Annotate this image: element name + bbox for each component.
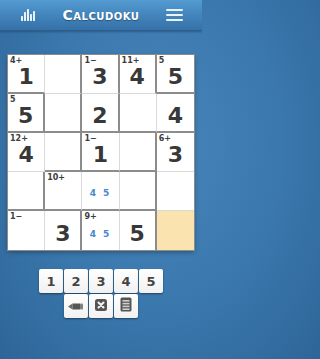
cage-label: 9+ [84, 212, 96, 221]
cell-r2c5[interactable]: 4 [157, 94, 194, 133]
cell-value: 4 [168, 103, 183, 128]
cell-r4c4[interactable] [120, 172, 157, 211]
cell-r2c3[interactable]: 2 [82, 94, 119, 133]
cell-r4c2[interactable]: 10+ [45, 172, 82, 211]
digit-key-5[interactable]: 5 [139, 269, 163, 293]
hamburger-menu-icon[interactable] [166, 9, 183, 21]
pencil-icon [68, 299, 84, 314]
header: Calcudoku [0, 0, 202, 31]
tool-bar [0, 294, 202, 318]
digit-key-4[interactable]: 4 [114, 269, 138, 293]
clear-cell-button[interactable] [89, 294, 113, 318]
pencil-mode-button[interactable] [64, 294, 88, 318]
cell-r5c1[interactable]: 1− [8, 211, 45, 250]
stats-bar-chart-icon[interactable] [21, 8, 35, 21]
notes-list-button[interactable] [114, 294, 138, 318]
digit-key-1[interactable]: 1 [39, 269, 63, 293]
cage-label: 6+ [159, 134, 171, 143]
cell-r5c5[interactable] [157, 211, 194, 250]
cell-r1c5[interactable]: 55 [157, 55, 194, 94]
cell-r4c5[interactable] [157, 172, 194, 211]
cell-value: 3 [168, 142, 183, 167]
cell-r3c1[interactable]: 12+4 [8, 133, 45, 172]
cage-label: 4+ [10, 56, 22, 65]
cage-label: 5 [159, 56, 165, 65]
cell-r5c2[interactable]: 3 [45, 211, 82, 250]
cell-value: 1 [18, 64, 33, 89]
digit-key-3[interactable]: 3 [89, 269, 113, 293]
cage-label: 5 [10, 95, 16, 104]
cell-r3c4[interactable] [120, 133, 157, 172]
cell-r5c3[interactable]: 9+4 5 [82, 211, 119, 250]
cage-label: 10+ [47, 173, 65, 182]
cell-r2c1[interactable]: 55 [8, 94, 45, 133]
cell-r1c1[interactable]: 4+1 [8, 55, 45, 94]
cell-r1c4[interactable]: 11+4 [120, 55, 157, 94]
cage-label: 1− [10, 212, 22, 221]
cell-value: 4 [18, 142, 33, 167]
pencil-marks: 4 5 [82, 229, 118, 239]
cage-label: 1− [84, 56, 96, 65]
cell-r1c2[interactable] [45, 55, 82, 94]
cell-r4c1[interactable] [8, 172, 45, 211]
cell-value: 3 [92, 64, 107, 89]
cell-r3c2[interactable] [45, 133, 82, 172]
cell-value: 5 [130, 221, 145, 246]
cell-r1c3[interactable]: 1−3 [82, 55, 119, 94]
cell-r4c3[interactable]: 4 5 [82, 172, 119, 211]
cell-r2c4[interactable] [120, 94, 157, 133]
cell-value: 2 [92, 103, 107, 128]
puzzle-grid: 4+11−311+455552412+41−16+310+4 51−39+4 5… [8, 55, 194, 250]
pencil-marks: 4 5 [82, 188, 118, 198]
cell-r3c3[interactable]: 1−1 [82, 133, 119, 172]
cage-label: 11+ [122, 56, 140, 65]
cell-value: 5 [18, 103, 33, 128]
calcudoku-app: { "game": "calcudoku", "header": { "titl… [0, 0, 202, 359]
cell-value: 1 [93, 142, 108, 167]
clear-x-icon [94, 298, 108, 315]
digit-key-2[interactable]: 2 [64, 269, 88, 293]
cage-label: 1− [84, 134, 96, 143]
cell-value: 3 [55, 221, 70, 246]
cell-r2c2[interactable] [45, 94, 82, 133]
cell-r5c4[interactable]: 5 [120, 211, 157, 250]
cell-r3c5[interactable]: 6+3 [157, 133, 194, 172]
cell-value: 5 [168, 64, 183, 89]
list-icon [120, 297, 132, 315]
number-pad: 12345 [0, 269, 202, 293]
cell-value: 4 [130, 64, 145, 89]
cage-label: 12+ [10, 134, 28, 143]
